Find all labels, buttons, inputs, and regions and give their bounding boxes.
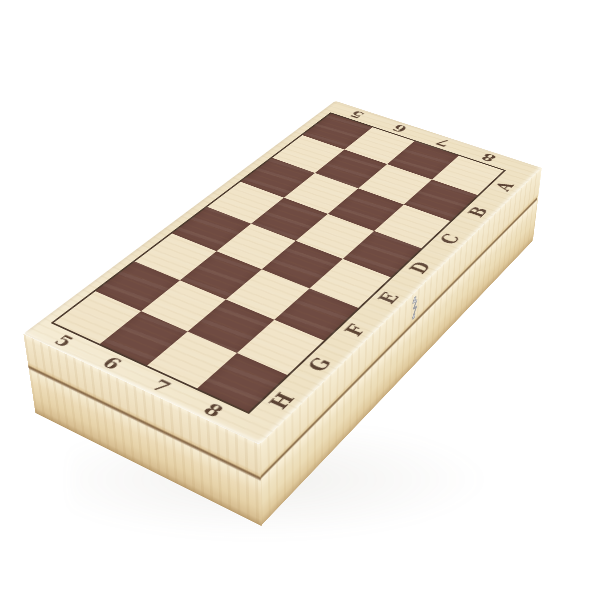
product-photo: HGFEDCBA 5678 5678 <box>0 0 600 600</box>
square-h6 <box>100 311 188 366</box>
square-g7 <box>188 299 274 352</box>
square-g8 <box>237 320 324 375</box>
square-h7 <box>147 331 236 388</box>
square-g5 <box>95 261 179 310</box>
square-g6 <box>141 280 226 331</box>
square-e7 <box>262 241 343 288</box>
square-e8 <box>309 259 391 308</box>
play-area <box>51 112 506 414</box>
square-f7 <box>226 269 309 319</box>
square-h8 <box>197 353 288 412</box>
square-h5 <box>54 291 141 343</box>
square-f8 <box>274 288 358 340</box>
chess-box: HGFEDCBA 5678 5678 <box>23 101 542 445</box>
square-f6 <box>180 251 262 299</box>
photo-scene: HGFEDCBA 5678 5678 <box>0 0 600 600</box>
